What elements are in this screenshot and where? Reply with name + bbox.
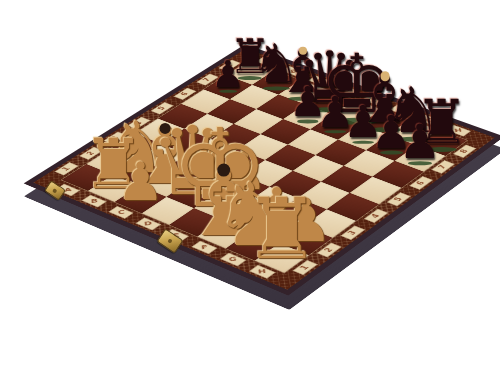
file-label-f: F [191, 241, 217, 255]
square-f4 [270, 171, 321, 198]
square-g6 [344, 150, 395, 177]
square-e2 [194, 192, 246, 220]
square-f3 [246, 187, 298, 215]
square-e1 [169, 208, 222, 236]
square-f5 [293, 155, 344, 182]
square-h5 [350, 177, 402, 204]
square-b1 [88, 175, 139, 202]
square-d3 [191, 165, 242, 192]
square-c1 [115, 186, 167, 213]
rank-label-1: 1 [292, 260, 318, 275]
square-g3 [274, 198, 326, 226]
rank-label-3: 3 [340, 225, 365, 240]
square-g4 [298, 182, 350, 210]
square-d1 [142, 197, 194, 225]
square-g2 [250, 214, 303, 243]
rank-label-2: 2 [317, 243, 342, 258]
board-frame: AABBCCDDEEFFGGHH1122334455667788 [24, 44, 500, 296]
square-f1 [197, 220, 250, 249]
square-h3 [303, 209, 356, 238]
rank-label-6: 6 [409, 176, 433, 190]
bishop-tip-detail [299, 47, 307, 55]
square-d2 [166, 181, 218, 208]
rank-label-7: 7 [431, 160, 455, 174]
file-label-h: H [249, 265, 276, 279]
square-h1 [255, 243, 309, 273]
bishop-tip-detail [380, 72, 389, 81]
rank-label-far-1: 1 [54, 162, 78, 175]
square-e3 [218, 176, 270, 203]
square-f2 [222, 203, 274, 231]
rank-label-4: 4 [364, 209, 389, 223]
square-c2 [139, 170, 190, 197]
product-photo-scene: AABBCCDDEEFFGGHH1122334455667788 ♜♞♝♛♚♝♞… [0, 0, 500, 375]
chess-board: AABBCCDDEEFFGGHH1122334455667788 [24, 44, 500, 296]
square-e4 [242, 160, 293, 187]
rank-label-5: 5 [387, 192, 411, 206]
playing-area [62, 61, 467, 272]
square-g1 [226, 231, 279, 260]
square-g5 [321, 166, 372, 193]
file-label-c: C [108, 206, 134, 219]
file-label-b: B [81, 195, 106, 208]
file-label-g: G [220, 253, 247, 267]
square-h6 [372, 161, 423, 188]
square-h2 [279, 226, 332, 255]
file-label-d: D [135, 217, 161, 230]
square-h4 [327, 193, 379, 221]
